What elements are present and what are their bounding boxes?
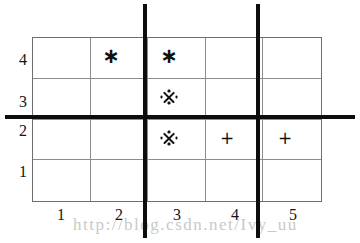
asterisk-mark: ∗ xyxy=(102,46,120,67)
row-label-3: 3 xyxy=(19,94,27,110)
column-label-2: 2 xyxy=(115,207,123,223)
asterisk-mark: ∗ xyxy=(160,46,178,67)
column-label-4: 4 xyxy=(231,207,239,223)
column-label-3: 3 xyxy=(173,207,181,223)
plus-mark: + xyxy=(278,130,292,147)
row-label-4: 4 xyxy=(19,52,27,68)
column-label-1: 1 xyxy=(57,207,65,223)
divider-vertical-left xyxy=(143,4,147,238)
row-label-1: 1 xyxy=(19,164,27,180)
reference-mark xyxy=(163,90,176,103)
row-label-2: 2 xyxy=(19,123,27,139)
column-label-5: 5 xyxy=(289,207,297,223)
plus-mark: + xyxy=(220,130,234,147)
divider-horizontal xyxy=(5,115,355,119)
reference-mark xyxy=(163,132,176,145)
divider-vertical-right xyxy=(256,4,260,238)
puzzle-diagram: ∗∗++ 4321 12345 http://blog.csdn.net/Ivy… xyxy=(0,0,360,243)
